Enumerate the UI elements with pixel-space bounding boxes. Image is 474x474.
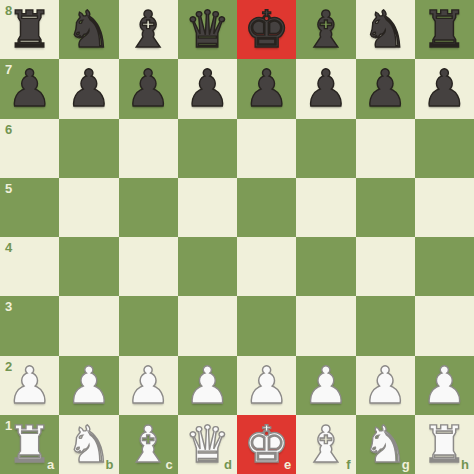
black-rook[interactable]: ♜ [7,0,53,59]
black-pawn[interactable]: ♟ [185,59,231,118]
square-d5[interactable] [178,178,237,237]
square-c1[interactable]: c♝ [119,415,178,474]
square-a1[interactable]: 1a♜ [0,415,59,474]
square-f4[interactable] [296,237,355,296]
square-d2[interactable]: ♟ [178,356,237,415]
black-knight[interactable]: ♞ [66,0,112,59]
square-a8[interactable]: 8♜ [0,0,59,59]
square-c5[interactable] [119,178,178,237]
square-b5[interactable] [59,178,118,237]
square-c4[interactable] [119,237,178,296]
square-g4[interactable] [356,237,415,296]
square-b4[interactable] [59,237,118,296]
black-rook[interactable]: ♜ [422,0,468,59]
square-e4[interactable] [237,237,296,296]
square-d1[interactable]: d♛ [178,415,237,474]
rank-label-6: 6 [5,123,12,136]
square-e7[interactable]: ♟ [237,59,296,118]
square-f1[interactable]: f♝ [296,415,355,474]
white-pawn[interactable]: ♟ [303,356,349,415]
white-king[interactable]: ♚ [244,415,290,474]
black-pawn[interactable]: ♟ [125,59,171,118]
square-e5[interactable] [237,178,296,237]
square-h5[interactable] [415,178,474,237]
square-c8[interactable]: ♝ [119,0,178,59]
square-h8[interactable]: ♜ [415,0,474,59]
square-e2[interactable]: ♟ [237,356,296,415]
square-f2[interactable]: ♟ [296,356,355,415]
white-bishop[interactable]: ♝ [125,415,171,474]
square-f3[interactable] [296,296,355,355]
square-g6[interactable] [356,119,415,178]
black-bishop[interactable]: ♝ [303,0,349,59]
chess-board: 8♜♞♝♛♚♝♞♜7♟♟♟♟♟♟♟♟65432♟♟♟♟♟♟♟♟1a♜b♞c♝d♛… [0,0,474,474]
square-c2[interactable]: ♟ [119,356,178,415]
square-e1[interactable]: e♚ [237,415,296,474]
square-g2[interactable]: ♟ [356,356,415,415]
square-a4[interactable]: 4 [0,237,59,296]
white-queen[interactable]: ♛ [185,415,231,474]
square-f5[interactable] [296,178,355,237]
square-h6[interactable] [415,119,474,178]
rank-label-4: 4 [5,241,12,254]
square-a6[interactable]: 6 [0,119,59,178]
square-c3[interactable] [119,296,178,355]
square-e6[interactable] [237,119,296,178]
square-d8[interactable]: ♛ [178,0,237,59]
square-d6[interactable] [178,119,237,178]
square-h3[interactable] [415,296,474,355]
square-h4[interactable] [415,237,474,296]
square-d7[interactable]: ♟ [178,59,237,118]
rank-label-5: 5 [5,182,12,195]
black-bishop[interactable]: ♝ [125,0,171,59]
square-b7[interactable]: ♟ [59,59,118,118]
black-pawn[interactable]: ♟ [244,59,290,118]
square-a3[interactable]: 3 [0,296,59,355]
black-pawn[interactable]: ♟ [422,59,468,118]
square-b8[interactable]: ♞ [59,0,118,59]
square-g1[interactable]: g♞ [356,415,415,474]
square-c6[interactable] [119,119,178,178]
white-knight[interactable]: ♞ [66,415,112,474]
square-g3[interactable] [356,296,415,355]
square-f8[interactable]: ♝ [296,0,355,59]
black-pawn[interactable]: ♟ [362,59,408,118]
rank-label-3: 3 [5,300,12,313]
square-a5[interactable]: 5 [0,178,59,237]
white-pawn[interactable]: ♟ [185,356,231,415]
black-pawn[interactable]: ♟ [7,59,53,118]
white-bishop[interactable]: ♝ [303,415,349,474]
white-pawn[interactable]: ♟ [66,356,112,415]
square-b3[interactable] [59,296,118,355]
white-pawn[interactable]: ♟ [422,356,468,415]
square-h7[interactable]: ♟ [415,59,474,118]
black-pawn[interactable]: ♟ [66,59,112,118]
square-b2[interactable]: ♟ [59,356,118,415]
square-h2[interactable]: ♟ [415,356,474,415]
white-knight[interactable]: ♞ [362,415,408,474]
square-f7[interactable]: ♟ [296,59,355,118]
black-knight[interactable]: ♞ [362,0,408,59]
white-pawn[interactable]: ♟ [244,356,290,415]
square-a7[interactable]: 7♟ [0,59,59,118]
white-rook[interactable]: ♜ [7,415,53,474]
square-d4[interactable] [178,237,237,296]
square-g5[interactable] [356,178,415,237]
white-rook[interactable]: ♜ [422,415,468,474]
black-pawn[interactable]: ♟ [303,59,349,118]
square-e8[interactable]: ♚ [237,0,296,59]
square-f6[interactable] [296,119,355,178]
square-a2[interactable]: 2♟ [0,356,59,415]
square-h1[interactable]: h♜ [415,415,474,474]
white-pawn[interactable]: ♟ [362,356,408,415]
square-d3[interactable] [178,296,237,355]
white-pawn[interactable]: ♟ [7,356,53,415]
square-c7[interactable]: ♟ [119,59,178,118]
black-queen[interactable]: ♛ [185,0,231,59]
square-e3[interactable] [237,296,296,355]
square-g7[interactable]: ♟ [356,59,415,118]
square-g8[interactable]: ♞ [356,0,415,59]
black-king[interactable]: ♚ [244,0,290,59]
square-b6[interactable] [59,119,118,178]
square-b1[interactable]: b♞ [59,415,118,474]
white-pawn[interactable]: ♟ [125,356,171,415]
